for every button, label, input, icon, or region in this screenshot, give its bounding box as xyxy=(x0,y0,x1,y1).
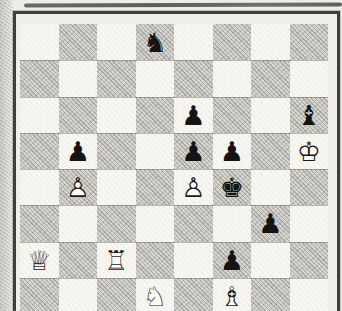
piece-glyph: ♟ xyxy=(66,136,90,167)
black-pawn-f2: ♟ xyxy=(220,247,244,274)
square-f4: ♚ xyxy=(213,169,252,205)
page-left-edge-smudge xyxy=(0,0,13,311)
square-a1 xyxy=(20,278,59,311)
black-knight-d8: ♞ xyxy=(143,29,167,56)
square-f2: ♟ xyxy=(213,242,252,278)
black-bishop-h6: ♝ xyxy=(297,102,321,129)
square-h8 xyxy=(290,24,329,60)
square-h7 xyxy=(290,60,329,96)
square-h5: ♚♔ xyxy=(290,133,329,169)
piece-glyph: ♟ xyxy=(220,136,244,167)
square-c7 xyxy=(97,60,136,96)
square-e5: ♟ xyxy=(174,133,213,169)
square-c6 xyxy=(97,97,136,133)
white-pawn-e4: ♟♙ xyxy=(181,174,205,201)
square-a3 xyxy=(20,205,59,241)
piece-glyph: ♚ xyxy=(220,172,244,203)
square-g6 xyxy=(251,97,290,133)
square-f1: ♝♗ xyxy=(213,278,252,311)
square-g8 xyxy=(251,24,290,60)
square-h2 xyxy=(290,242,329,278)
square-c3 xyxy=(97,205,136,241)
square-h3 xyxy=(290,205,329,241)
white-bishop-f1: ♝♗ xyxy=(220,283,244,310)
square-e4: ♟♙ xyxy=(174,169,213,205)
black-king-f4: ♚ xyxy=(220,174,244,201)
piece-glyph: ♟ xyxy=(181,136,205,167)
square-b4: ♟♙ xyxy=(59,169,98,205)
piece-glyph: ♙ xyxy=(181,172,205,203)
white-rook-c2: ♜♖ xyxy=(104,247,128,274)
piece-glyph: ♟ xyxy=(181,100,205,131)
black-pawn-e6: ♟ xyxy=(181,102,205,129)
square-e8 xyxy=(174,24,213,60)
square-c1 xyxy=(97,278,136,311)
square-e7 xyxy=(174,60,213,96)
square-g2 xyxy=(251,242,290,278)
piece-glyph: ♞ xyxy=(143,27,167,58)
square-a5 xyxy=(20,133,59,169)
square-d5 xyxy=(136,133,175,169)
square-b8 xyxy=(59,24,98,60)
piece-glyph: ♟ xyxy=(258,208,282,239)
square-b3 xyxy=(59,205,98,241)
square-b5: ♟ xyxy=(59,133,98,169)
white-queen-a2: ♛♕ xyxy=(27,247,51,274)
black-pawn-f5: ♟ xyxy=(220,138,244,165)
square-g3: ♟ xyxy=(251,205,290,241)
square-c8 xyxy=(97,24,136,60)
square-b7 xyxy=(59,60,98,96)
square-h1 xyxy=(290,278,329,311)
square-b2 xyxy=(59,242,98,278)
square-e3 xyxy=(174,205,213,241)
piece-glyph: ♗ xyxy=(220,281,244,311)
white-king-h5: ♚♔ xyxy=(297,138,321,165)
piece-glyph: ♝ xyxy=(297,100,321,131)
black-pawn-g3: ♟ xyxy=(258,210,282,237)
piece-glyph: ♙ xyxy=(66,172,90,203)
square-f7 xyxy=(213,60,252,96)
square-d7 xyxy=(136,60,175,96)
square-b1 xyxy=(59,278,98,311)
square-d2 xyxy=(136,242,175,278)
square-g1 xyxy=(251,278,290,311)
square-a8 xyxy=(20,24,59,60)
square-e6: ♟ xyxy=(174,97,213,133)
black-pawn-e5: ♟ xyxy=(181,138,205,165)
square-d3 xyxy=(136,205,175,241)
piece-glyph: ♘ xyxy=(143,281,167,311)
scanned-page: ♞♟♝♟♟♟♚♔♟♙♟♙♚♟♛♕♜♖♟♞♘♝♗ xyxy=(0,0,342,311)
piece-glyph: ♔ xyxy=(297,136,321,167)
square-g4 xyxy=(251,169,290,205)
square-f5: ♟ xyxy=(213,133,252,169)
black-pawn-b5: ♟ xyxy=(66,138,90,165)
square-h6: ♝ xyxy=(290,97,329,133)
white-pawn-b4: ♟♙ xyxy=(66,174,90,201)
square-e1 xyxy=(174,278,213,311)
square-f8 xyxy=(213,24,252,60)
square-d8: ♞ xyxy=(136,24,175,60)
square-d6 xyxy=(136,97,175,133)
square-a6 xyxy=(20,97,59,133)
square-b6 xyxy=(59,97,98,133)
page-top-edge-smudge xyxy=(24,2,342,7)
board-frame: ♞♟♝♟♟♟♚♔♟♙♟♙♚♟♛♕♜♖♟♞♘♝♗ xyxy=(13,11,340,311)
square-a4 xyxy=(20,169,59,205)
square-f3 xyxy=(213,205,252,241)
white-knight-d1: ♞♘ xyxy=(143,283,167,310)
square-g7 xyxy=(251,60,290,96)
square-d4 xyxy=(136,169,175,205)
square-a2: ♛♕ xyxy=(20,242,59,278)
piece-glyph: ♖ xyxy=(104,245,128,276)
piece-glyph: ♕ xyxy=(27,245,51,276)
square-e2 xyxy=(174,242,213,278)
chess-board: ♞♟♝♟♟♟♚♔♟♙♟♙♚♟♛♕♜♖♟♞♘♝♗ xyxy=(20,24,328,311)
square-g5 xyxy=(251,133,290,169)
square-c2: ♜♖ xyxy=(97,242,136,278)
square-f6 xyxy=(213,97,252,133)
square-a7 xyxy=(20,60,59,96)
square-c4 xyxy=(97,169,136,205)
square-d1: ♞♘ xyxy=(136,278,175,311)
piece-glyph: ♟ xyxy=(220,245,244,276)
square-c5 xyxy=(97,133,136,169)
square-h4 xyxy=(290,169,329,205)
